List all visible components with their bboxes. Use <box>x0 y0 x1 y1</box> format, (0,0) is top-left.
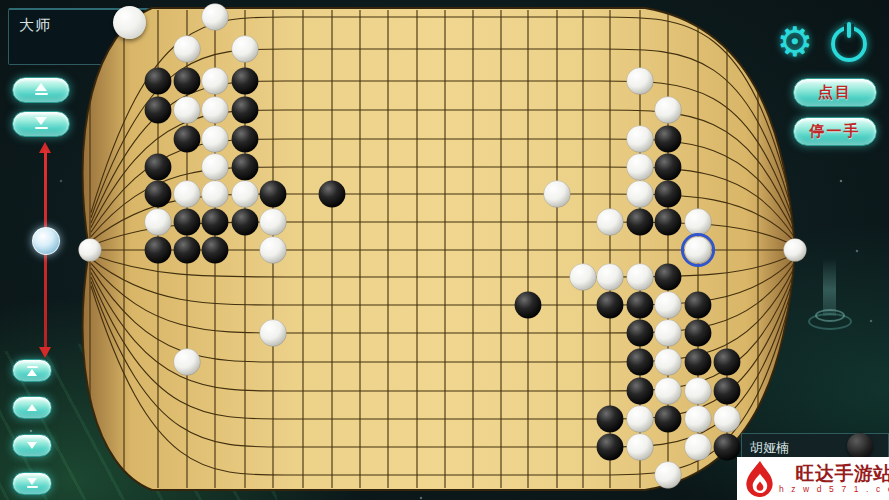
triangle-up-icon <box>27 404 37 411</box>
white-stone <box>714 406 741 433</box>
prev-move-button[interactable] <box>12 396 52 419</box>
black-stone <box>145 97 172 124</box>
black-stone <box>202 237 229 264</box>
black-stone <box>260 181 287 208</box>
next-move-button[interactable] <box>12 434 52 457</box>
black-stone <box>174 126 201 153</box>
triangle-down-icon <box>35 117 47 125</box>
white-stone <box>597 264 624 291</box>
power-bar <box>847 22 851 38</box>
black-stone <box>627 292 654 319</box>
white-stone <box>627 434 654 461</box>
white-stone <box>627 68 654 95</box>
white-stone <box>685 378 712 405</box>
black-stone <box>319 181 346 208</box>
black-stone <box>515 292 542 319</box>
white-stone <box>174 181 201 208</box>
white-stone <box>570 264 597 291</box>
settings-gear-icon[interactable]: ⚙ <box>773 20 817 64</box>
white-stone <box>202 181 229 208</box>
white-stone <box>597 209 624 236</box>
black-stone <box>655 126 682 153</box>
slider-handle[interactable] <box>32 227 60 255</box>
black-stone <box>685 320 712 347</box>
black-stone <box>627 349 654 376</box>
black-stone <box>655 209 682 236</box>
white-stone <box>685 209 712 236</box>
white-stone-marker <box>113 6 146 39</box>
triangle-down-icon <box>27 478 37 485</box>
bar-icon <box>27 486 38 488</box>
white-stone <box>260 320 287 347</box>
black-stone <box>627 320 654 347</box>
black-stone <box>145 154 172 181</box>
black-stone <box>597 434 624 461</box>
black-stone <box>655 406 682 433</box>
black-stone <box>627 209 654 236</box>
white-stone <box>202 68 229 95</box>
bar-icon <box>27 366 38 368</box>
black-stone <box>145 181 172 208</box>
pass-button[interactable]: 停一手 <box>793 117 877 146</box>
black-stone <box>685 292 712 319</box>
triangle-up-icon <box>35 83 47 91</box>
white-stone <box>627 406 654 433</box>
white-stone <box>655 320 682 347</box>
white-stone <box>174 349 201 376</box>
watermark-site-url: h z w d 5 7 1 . c o m <box>779 484 889 495</box>
flame-icon <box>742 460 776 497</box>
black-stone-marker <box>847 433 873 459</box>
white-stone <box>145 209 172 236</box>
white-stone <box>202 4 229 31</box>
white-stone <box>202 154 229 181</box>
black-stone <box>714 349 741 376</box>
watermark-site-name: 旺达手游站 <box>796 463 889 484</box>
black-stone <box>597 406 624 433</box>
black-stone <box>232 126 259 153</box>
triangle-up-icon <box>27 369 37 376</box>
black-stone <box>174 237 201 264</box>
black-stone <box>627 378 654 405</box>
black-stone <box>232 154 259 181</box>
white-stone <box>655 378 682 405</box>
black-stone <box>145 237 172 264</box>
count-points-button[interactable]: 点目 <box>793 78 877 107</box>
white-stone <box>544 181 571 208</box>
white-stone <box>655 462 682 489</box>
white-stone <box>232 181 259 208</box>
black-stone <box>232 97 259 124</box>
white-stone <box>685 237 712 264</box>
white-stone <box>232 36 259 63</box>
black-stone <box>232 209 259 236</box>
white-stone <box>79 239 102 262</box>
black-stone <box>174 68 201 95</box>
white-stone <box>627 181 654 208</box>
white-stone <box>202 97 229 124</box>
black-stone <box>202 209 229 236</box>
white-stone <box>655 292 682 319</box>
black-stone <box>174 209 201 236</box>
black-stone <box>597 292 624 319</box>
white-stone <box>627 154 654 181</box>
white-stone <box>260 209 287 236</box>
watermark: 旺达手游站 h z w d 5 7 1 . c o m <box>737 457 889 500</box>
white-stone <box>784 239 807 262</box>
black-stone <box>655 181 682 208</box>
black-stone <box>655 154 682 181</box>
white-stone <box>174 36 201 63</box>
player-name-black: 胡娅楠 <box>750 439 789 457</box>
power-icon[interactable] <box>831 24 867 60</box>
white-stone <box>174 97 201 124</box>
jump-down-button[interactable] <box>12 111 70 137</box>
jump-up-button[interactable] <box>12 77 70 103</box>
last-move-button[interactable] <box>12 472 52 495</box>
game-screen: 大师 ⚙ 点目 停一手 胡娅楠 <box>0 0 889 500</box>
white-stone <box>202 126 229 153</box>
black-stone <box>655 264 682 291</box>
go-board[interactable] <box>0 0 889 500</box>
triangle-down-icon <box>27 442 37 449</box>
black-stone <box>232 68 259 95</box>
rotate-slider[interactable] <box>33 142 57 358</box>
white-stone <box>685 406 712 433</box>
first-move-button[interactable] <box>12 359 52 382</box>
bar-icon <box>35 93 48 96</box>
black-stone <box>145 68 172 95</box>
bar-icon <box>35 127 48 130</box>
slider-arrow-down-icon <box>39 347 51 358</box>
white-stone <box>260 237 287 264</box>
black-stone <box>714 378 741 405</box>
white-stone <box>627 264 654 291</box>
white-stone <box>685 434 712 461</box>
black-stone <box>685 349 712 376</box>
white-stone <box>655 349 682 376</box>
white-stone <box>655 97 682 124</box>
white-stone <box>627 126 654 153</box>
